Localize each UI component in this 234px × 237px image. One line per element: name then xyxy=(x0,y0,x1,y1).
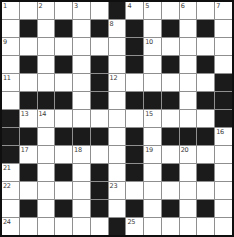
cell-r4c4 xyxy=(55,56,72,73)
cell-r4c10 xyxy=(162,56,179,73)
cell-r5c5[interactable] xyxy=(73,74,90,91)
cell-r8c5 xyxy=(73,128,90,145)
cell-r6c5[interactable] xyxy=(73,92,90,109)
cell-r2c9[interactable] xyxy=(144,20,161,37)
clue-number-9: 9 xyxy=(3,38,7,46)
cell-r4c6 xyxy=(91,56,108,73)
cell-r13c5[interactable] xyxy=(73,218,90,235)
cell-r2c2 xyxy=(20,20,37,37)
cell-r6c11[interactable] xyxy=(180,92,197,109)
cell-r11c1[interactable]: 22 xyxy=(2,182,19,199)
cell-r4c5[interactable] xyxy=(73,56,90,73)
cell-r3c6[interactable] xyxy=(91,38,108,55)
cell-r4c1[interactable] xyxy=(2,56,19,73)
cell-r8c8 xyxy=(126,128,143,145)
cell-r5c8[interactable] xyxy=(126,74,143,91)
cell-r8c11 xyxy=(180,128,197,145)
cell-r11c3[interactable] xyxy=(38,182,55,199)
cell-r5c10[interactable] xyxy=(162,74,179,91)
cell-r10c13[interactable] xyxy=(215,164,232,181)
cell-r6c10 xyxy=(162,92,179,109)
cell-r4c11[interactable] xyxy=(180,56,197,73)
clue-number-12: 12 xyxy=(110,74,118,82)
cell-r4c2 xyxy=(20,56,37,73)
cell-r11c11[interactable] xyxy=(180,182,197,199)
clue-number-23: 23 xyxy=(110,182,118,190)
cell-r7c9[interactable]: 15 xyxy=(144,110,161,127)
cell-r5c13 xyxy=(215,74,232,91)
cell-r5c3[interactable] xyxy=(38,74,55,91)
clue-number-25: 25 xyxy=(127,218,135,226)
cell-r1c13[interactable]: 7 xyxy=(215,2,232,19)
cell-r2c8 xyxy=(126,20,143,37)
cell-r12c2 xyxy=(20,200,37,217)
cell-r7c7[interactable] xyxy=(109,110,126,127)
cell-r2c3[interactable] xyxy=(38,20,55,37)
cell-r2c12 xyxy=(197,20,214,37)
cell-r3c13[interactable] xyxy=(215,38,232,55)
cell-r9c12[interactable] xyxy=(197,146,214,163)
clue-number-13: 13 xyxy=(21,110,29,118)
cell-r11c10[interactable] xyxy=(162,182,179,199)
cell-r6c2 xyxy=(20,92,37,109)
cell-r13c3[interactable] xyxy=(38,218,55,235)
cell-r13c8[interactable]: 25 xyxy=(126,218,143,235)
cell-r11c7[interactable]: 23 xyxy=(109,182,126,199)
cell-r3c4[interactable] xyxy=(55,38,72,55)
cell-r5c11[interactable] xyxy=(180,74,197,91)
cell-r9c5[interactable]: 18 xyxy=(73,146,90,163)
cell-r1c2[interactable] xyxy=(20,2,37,19)
cell-r12c10 xyxy=(162,200,179,217)
cell-r13c11[interactable] xyxy=(180,218,197,235)
cell-r4c3[interactable] xyxy=(38,56,55,73)
cell-r3c11[interactable] xyxy=(180,38,197,55)
cell-r3c5[interactable] xyxy=(73,38,90,55)
cell-r10c2 xyxy=(20,164,37,181)
cell-r6c6 xyxy=(91,92,108,109)
cell-r7c10[interactable] xyxy=(162,110,179,127)
clue-number-2: 2 xyxy=(39,2,43,10)
cell-r12c13[interactable] xyxy=(215,200,232,217)
cell-r13c13[interactable] xyxy=(215,218,232,235)
clue-number-10: 10 xyxy=(145,38,153,46)
cell-r8c12 xyxy=(197,128,214,145)
cell-r1c12[interactable] xyxy=(197,2,214,19)
cell-r5c2[interactable] xyxy=(20,74,37,91)
clue-number-4: 4 xyxy=(127,2,131,10)
cell-r6c9 xyxy=(144,92,161,109)
cell-r2c7[interactable]: 8 xyxy=(109,20,126,37)
cell-r1c1[interactable]: 1 xyxy=(2,2,19,19)
cell-r9c10[interactable] xyxy=(162,146,179,163)
cell-r1c8[interactable]: 4 xyxy=(126,2,143,19)
cell-r6c13 xyxy=(215,92,232,109)
cell-r13c4[interactable] xyxy=(55,218,72,235)
cell-r6c12 xyxy=(197,92,214,109)
cell-r11c4[interactable] xyxy=(55,182,72,199)
cell-r6c7[interactable] xyxy=(109,92,126,109)
cell-r12c12 xyxy=(197,200,214,217)
cell-r10c3[interactable] xyxy=(38,164,55,181)
cell-r9c6[interactable] xyxy=(91,146,108,163)
cell-r6c4 xyxy=(55,92,72,109)
cell-r5c6 xyxy=(91,74,108,91)
cell-r2c5[interactable] xyxy=(73,20,90,37)
clue-number-17: 17 xyxy=(21,146,29,154)
cell-r10c6 xyxy=(91,164,108,181)
cell-r8c4 xyxy=(55,128,72,145)
cell-r4c8 xyxy=(126,56,143,73)
cell-r3c12[interactable] xyxy=(197,38,214,55)
cell-r2c6 xyxy=(91,20,108,37)
clue-number-24: 24 xyxy=(3,218,11,226)
clue-number-1: 1 xyxy=(3,2,7,10)
crossword-grid: 1234567891011121314151617181920212223242… xyxy=(2,2,232,235)
cell-r3c10[interactable] xyxy=(162,38,179,55)
cell-r8c13[interactable]: 16 xyxy=(215,128,232,145)
cell-r12c9[interactable] xyxy=(144,200,161,217)
cell-r9c9[interactable]: 19 xyxy=(144,146,161,163)
cell-r7c12[interactable] xyxy=(197,110,214,127)
cell-r11c8[interactable] xyxy=(126,182,143,199)
clue-number-19: 19 xyxy=(145,146,153,154)
cell-r10c7[interactable] xyxy=(109,164,126,181)
cell-r1c6[interactable] xyxy=(91,2,108,19)
cell-r12c3[interactable] xyxy=(38,200,55,217)
cell-r10c8 xyxy=(126,164,143,181)
cell-r6c3 xyxy=(38,92,55,109)
cell-r12c6 xyxy=(91,200,108,217)
cell-r10c4 xyxy=(55,164,72,181)
cell-r13c1[interactable]: 24 xyxy=(2,218,19,235)
clue-number-8: 8 xyxy=(110,20,114,28)
cell-r12c7[interactable] xyxy=(109,200,126,217)
clue-number-18: 18 xyxy=(74,146,82,154)
cell-r13c12[interactable] xyxy=(197,218,214,235)
cell-r1c7 xyxy=(109,2,126,19)
clue-number-6: 6 xyxy=(181,2,185,10)
cell-r6c1[interactable] xyxy=(2,92,19,109)
cell-r11c12[interactable] xyxy=(197,182,214,199)
cell-r2c11[interactable] xyxy=(180,20,197,37)
cell-r5c4[interactable] xyxy=(55,74,72,91)
cell-r8c9[interactable] xyxy=(144,128,161,145)
cell-r10c1[interactable]: 21 xyxy=(2,164,19,181)
cell-r4c13[interactable] xyxy=(215,56,232,73)
cell-r9c11[interactable]: 20 xyxy=(180,146,197,163)
cell-r11c6 xyxy=(91,182,108,199)
clue-number-5: 5 xyxy=(145,2,149,10)
clue-number-16: 16 xyxy=(216,128,224,136)
cell-r10c12 xyxy=(197,164,214,181)
cell-r12c11[interactable] xyxy=(180,200,197,217)
cell-r2c4 xyxy=(55,20,72,37)
cell-r1c5[interactable]: 3 xyxy=(73,2,90,19)
cell-r9c3[interactable] xyxy=(38,146,55,163)
cell-r7c5[interactable] xyxy=(73,110,90,127)
cell-r8c7[interactable] xyxy=(109,128,126,145)
cell-r1c10[interactable] xyxy=(162,2,179,19)
cell-r7c11[interactable] xyxy=(180,110,197,127)
cell-r6c8 xyxy=(126,92,143,109)
cell-r3c1[interactable]: 9 xyxy=(2,38,19,55)
cell-r12c5[interactable] xyxy=(73,200,90,217)
clue-number-20: 20 xyxy=(181,146,189,154)
cell-r7c4[interactable] xyxy=(55,110,72,127)
cell-r7c1 xyxy=(2,110,19,127)
cell-r12c4 xyxy=(55,200,72,217)
cell-r9c13[interactable] xyxy=(215,146,232,163)
cell-r11c13[interactable] xyxy=(215,182,232,199)
cell-r1c4[interactable] xyxy=(55,2,72,19)
cell-r7c8[interactable] xyxy=(126,110,143,127)
cell-r12c1[interactable] xyxy=(2,200,19,217)
cell-r1c3[interactable]: 2 xyxy=(38,2,55,19)
cell-r10c10 xyxy=(162,164,179,181)
cell-r9c1 xyxy=(2,146,19,163)
cell-r9c7[interactable] xyxy=(109,146,126,163)
clue-number-15: 15 xyxy=(145,110,153,118)
clue-number-11: 11 xyxy=(3,74,11,82)
cell-r5c1[interactable]: 11 xyxy=(2,74,19,91)
cell-r3c3[interactable] xyxy=(38,38,55,55)
cell-r3c8 xyxy=(126,38,143,55)
clue-number-14: 14 xyxy=(39,110,47,118)
cell-r4c7[interactable] xyxy=(109,56,126,73)
cell-r13c7 xyxy=(109,218,126,235)
cell-r7c6[interactable] xyxy=(91,110,108,127)
clue-number-22: 22 xyxy=(3,182,11,190)
cell-r8c10 xyxy=(162,128,179,145)
cell-r8c2 xyxy=(20,128,37,145)
cell-r3c2[interactable] xyxy=(20,38,37,55)
cell-r2c13[interactable] xyxy=(215,20,232,37)
cell-r4c12 xyxy=(197,56,214,73)
cell-r13c10[interactable] xyxy=(162,218,179,235)
cell-r7c2[interactable]: 13 xyxy=(20,110,37,127)
cell-r4c9[interactable] xyxy=(144,56,161,73)
cell-r8c6 xyxy=(91,128,108,145)
cell-r5c7[interactable]: 12 xyxy=(109,74,126,91)
cell-r3c9[interactable]: 10 xyxy=(144,38,161,55)
cell-r10c9[interactable] xyxy=(144,164,161,181)
crossword-board-border: 1234567891011121314151617181920212223242… xyxy=(0,0,234,237)
cell-r13c9[interactable] xyxy=(144,218,161,235)
cell-r9c4[interactable] xyxy=(55,146,72,163)
clue-number-7: 7 xyxy=(216,2,220,10)
cell-r9c8 xyxy=(126,146,143,163)
cell-r13c2[interactable] xyxy=(20,218,37,235)
cell-r11c2[interactable] xyxy=(20,182,37,199)
cell-r1c11[interactable]: 6 xyxy=(180,2,197,19)
clue-number-21: 21 xyxy=(3,164,11,172)
cell-r8c1 xyxy=(2,128,19,145)
cell-r5c9[interactable] xyxy=(144,74,161,91)
cell-r5c12[interactable] xyxy=(197,74,214,91)
cell-r11c5[interactable] xyxy=(73,182,90,199)
cell-r8c3[interactable] xyxy=(38,128,55,145)
cell-r9c2[interactable]: 17 xyxy=(20,146,37,163)
clue-number-3: 3 xyxy=(74,2,78,10)
cell-r1c9[interactable]: 5 xyxy=(144,2,161,19)
cell-r13c6[interactable] xyxy=(91,218,108,235)
cell-r11c9[interactable] xyxy=(144,182,161,199)
cell-r12c8 xyxy=(126,200,143,217)
cell-r7c13 xyxy=(215,110,232,127)
cell-r2c10 xyxy=(162,20,179,37)
cell-r10c11[interactable] xyxy=(180,164,197,181)
cell-r3c7[interactable] xyxy=(109,38,126,55)
cell-r2c1[interactable] xyxy=(2,20,19,37)
cell-r10c5[interactable] xyxy=(73,164,90,181)
cell-r7c3[interactable]: 14 xyxy=(38,110,55,127)
